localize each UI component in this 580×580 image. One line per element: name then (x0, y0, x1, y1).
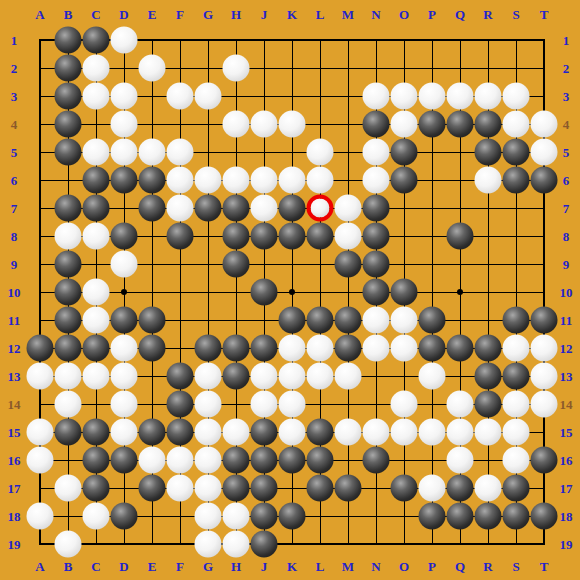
coord-label-top: P (428, 8, 436, 21)
stone-black[interactable] (251, 335, 278, 362)
coord-label-right: 3 (563, 90, 570, 103)
stone-black[interactable] (55, 279, 82, 306)
stone-white[interactable] (531, 111, 558, 138)
stone-white[interactable] (447, 419, 474, 446)
stone-white[interactable] (419, 83, 446, 110)
stone-black[interactable] (83, 27, 110, 54)
stone-white[interactable] (307, 363, 334, 390)
coord-label-left: 17 (8, 482, 21, 495)
coord-label-right: 6 (563, 174, 570, 187)
stone-white[interactable] (111, 251, 138, 278)
coord-label-top: T (540, 8, 549, 21)
stone-black[interactable] (55, 419, 82, 446)
stone-black[interactable] (475, 139, 502, 166)
coord-label-bottom: C (91, 560, 100, 573)
stone-white-last-move[interactable] (307, 195, 334, 222)
star-point (457, 289, 463, 295)
stone-white[interactable] (195, 363, 222, 390)
stone-white[interactable] (223, 531, 250, 558)
coord-label-top: Q (455, 8, 465, 21)
stone-white[interactable] (195, 391, 222, 418)
coord-label-top: H (231, 8, 241, 21)
stone-white[interactable] (83, 55, 110, 82)
stone-black[interactable] (391, 475, 418, 502)
coord-label-top: N (371, 8, 380, 21)
stone-white[interactable] (111, 111, 138, 138)
stone-black[interactable] (83, 419, 110, 446)
stone-black[interactable] (251, 223, 278, 250)
coord-label-right: 9 (563, 258, 570, 271)
coord-label-top: E (148, 8, 157, 21)
stone-black[interactable] (251, 279, 278, 306)
stone-black[interactable] (363, 447, 390, 474)
stone-black[interactable] (223, 475, 250, 502)
stone-black[interactable] (503, 475, 530, 502)
stone-black[interactable] (279, 223, 306, 250)
stone-black[interactable] (503, 139, 530, 166)
stone-white[interactable] (195, 503, 222, 530)
stone-white[interactable] (195, 419, 222, 446)
coord-label-top: L (316, 8, 325, 21)
coord-label-right: 1 (563, 34, 570, 47)
stone-white[interactable] (167, 447, 194, 474)
stone-black[interactable] (251, 531, 278, 558)
stone-white[interactable] (475, 83, 502, 110)
stone-black[interactable] (503, 167, 530, 194)
stone-black[interactable] (111, 503, 138, 530)
stone-white[interactable] (335, 363, 362, 390)
coord-label-top: B (64, 8, 73, 21)
stone-black[interactable] (139, 195, 166, 222)
stone-white[interactable] (335, 419, 362, 446)
stone-black[interactable] (503, 363, 530, 390)
stone-white[interactable] (279, 335, 306, 362)
stone-black[interactable] (167, 391, 194, 418)
stone-black[interactable] (55, 307, 82, 334)
coord-label-bottom: F (176, 560, 184, 573)
coord-label-left: 11 (8, 314, 20, 327)
coord-label-left: 3 (11, 90, 18, 103)
stone-white[interactable] (391, 419, 418, 446)
coord-label-right: 16 (560, 454, 573, 467)
stone-white[interactable] (503, 391, 530, 418)
stone-white[interactable] (363, 83, 390, 110)
coord-label-left: 18 (8, 510, 21, 523)
coord-label-right: 12 (560, 342, 573, 355)
stone-white[interactable] (195, 83, 222, 110)
coord-label-bottom: L (316, 560, 325, 573)
stone-black[interactable] (307, 223, 334, 250)
star-point (121, 289, 127, 295)
stone-white[interactable] (27, 447, 54, 474)
stone-white[interactable] (363, 167, 390, 194)
stone-white[interactable] (55, 391, 82, 418)
coord-label-left: 15 (8, 426, 21, 439)
stone-black[interactable] (307, 447, 334, 474)
stone-white[interactable] (447, 391, 474, 418)
coord-label-bottom: Q (455, 560, 465, 573)
stone-white[interactable] (335, 223, 362, 250)
stone-white[interactable] (251, 167, 278, 194)
stone-black[interactable] (111, 167, 138, 194)
stone-white[interactable] (279, 111, 306, 138)
stone-white[interactable] (307, 335, 334, 362)
coord-label-bottom: N (371, 560, 380, 573)
stone-black[interactable] (475, 503, 502, 530)
stone-black[interactable] (503, 503, 530, 530)
coord-label-left: 19 (8, 538, 21, 551)
stone-black[interactable] (475, 111, 502, 138)
stone-white[interactable] (531, 139, 558, 166)
stone-black[interactable] (195, 335, 222, 362)
star-point (289, 289, 295, 295)
stone-white[interactable] (251, 111, 278, 138)
stone-black[interactable] (139, 335, 166, 362)
stone-white[interactable] (335, 195, 362, 222)
stone-white[interactable] (83, 139, 110, 166)
coord-label-left: 10 (8, 286, 21, 299)
stone-black[interactable] (55, 139, 82, 166)
coord-label-left: 12 (8, 342, 21, 355)
coord-label-bottom: T (540, 560, 549, 573)
coord-label-right: 17 (560, 482, 573, 495)
stone-black[interactable] (335, 251, 362, 278)
stone-black[interactable] (503, 307, 530, 334)
stone-black[interactable] (363, 195, 390, 222)
stone-black[interactable] (447, 503, 474, 530)
stone-white[interactable] (167, 83, 194, 110)
coord-label-right: 2 (563, 62, 570, 75)
stone-black[interactable] (83, 167, 110, 194)
stone-black[interactable] (475, 363, 502, 390)
stone-black[interactable] (55, 335, 82, 362)
stone-black[interactable] (531, 307, 558, 334)
stone-white[interactable] (111, 139, 138, 166)
stone-white[interactable] (363, 139, 390, 166)
stone-black[interactable] (531, 503, 558, 530)
stone-white[interactable] (503, 111, 530, 138)
stone-black[interactable] (419, 111, 446, 138)
coord-label-bottom: G (203, 560, 213, 573)
coord-label-top: C (91, 8, 100, 21)
stone-white[interactable] (195, 475, 222, 502)
stone-black[interactable] (55, 83, 82, 110)
stone-white[interactable] (363, 307, 390, 334)
stone-black[interactable] (391, 279, 418, 306)
coord-label-right: 8 (563, 230, 570, 243)
coord-label-right: 13 (560, 370, 573, 383)
coord-label-top: J (261, 8, 268, 21)
coord-label-right: 5 (563, 146, 570, 159)
stone-white[interactable] (531, 391, 558, 418)
coord-label-right: 7 (563, 202, 570, 215)
stone-white[interactable] (111, 363, 138, 390)
stone-white[interactable] (391, 111, 418, 138)
stone-white[interactable] (223, 503, 250, 530)
grid-line-vertical (348, 39, 349, 545)
stone-black[interactable] (391, 167, 418, 194)
stone-black[interactable] (279, 503, 306, 530)
stone-white[interactable] (419, 419, 446, 446)
stone-white[interactable] (55, 223, 82, 250)
stone-black[interactable] (475, 335, 502, 362)
coord-label-left: 4 (11, 118, 18, 131)
stone-black[interactable] (279, 447, 306, 474)
stone-white[interactable] (195, 167, 222, 194)
stone-white[interactable] (251, 363, 278, 390)
stone-white[interactable] (391, 307, 418, 334)
coord-label-left: 9 (11, 258, 18, 271)
coord-label-right: 10 (560, 286, 573, 299)
stone-black[interactable] (27, 335, 54, 362)
stone-white[interactable] (279, 419, 306, 446)
stone-black[interactable] (335, 307, 362, 334)
stone-white[interactable] (307, 139, 334, 166)
stone-black[interactable] (223, 195, 250, 222)
stone-white[interactable] (83, 83, 110, 110)
stone-white[interactable] (55, 531, 82, 558)
stone-black[interactable] (419, 335, 446, 362)
stone-white[interactable] (167, 195, 194, 222)
stone-black[interactable] (167, 419, 194, 446)
stone-white[interactable] (391, 391, 418, 418)
stone-black[interactable] (55, 195, 82, 222)
stone-white[interactable] (307, 167, 334, 194)
stone-black[interactable] (167, 223, 194, 250)
stone-black[interactable] (223, 447, 250, 474)
coord-label-left: 16 (8, 454, 21, 467)
stone-black[interactable] (363, 111, 390, 138)
coord-label-bottom: K (287, 560, 297, 573)
coord-label-top: R (483, 8, 492, 21)
stone-white[interactable] (251, 391, 278, 418)
stone-white[interactable] (223, 167, 250, 194)
stone-black[interactable] (363, 251, 390, 278)
stone-black[interactable] (83, 447, 110, 474)
stone-black[interactable] (223, 251, 250, 278)
stone-white[interactable] (363, 335, 390, 362)
coord-label-bottom: B (64, 560, 73, 573)
stone-black[interactable] (363, 279, 390, 306)
coord-label-left: 7 (11, 202, 18, 215)
stone-black[interactable] (419, 503, 446, 530)
stone-white[interactable] (503, 335, 530, 362)
stone-white[interactable] (55, 363, 82, 390)
stone-white[interactable] (391, 335, 418, 362)
stone-black[interactable] (223, 223, 250, 250)
coord-label-top: F (176, 8, 184, 21)
stone-white[interactable] (83, 307, 110, 334)
stone-white[interactable] (447, 447, 474, 474)
stone-black[interactable] (83, 475, 110, 502)
stone-white[interactable] (83, 363, 110, 390)
stone-white[interactable] (279, 167, 306, 194)
coord-label-bottom: P (428, 560, 436, 573)
stone-black[interactable] (139, 419, 166, 446)
stone-white[interactable] (503, 419, 530, 446)
coord-label-bottom: R (483, 560, 492, 573)
stone-black[interactable] (111, 223, 138, 250)
coord-label-bottom: A (35, 560, 44, 573)
coord-label-bottom: H (231, 560, 241, 573)
stone-black[interactable] (279, 195, 306, 222)
stone-black[interactable] (55, 251, 82, 278)
stone-black[interactable] (447, 335, 474, 362)
stone-white[interactable] (167, 139, 194, 166)
coord-label-bottom: D (119, 560, 128, 573)
stone-white[interactable] (475, 419, 502, 446)
stone-white[interactable] (447, 83, 474, 110)
coord-label-bottom: M (342, 560, 354, 573)
stone-black[interactable] (223, 335, 250, 362)
stone-black[interactable] (475, 391, 502, 418)
stone-black[interactable] (251, 447, 278, 474)
stone-white[interactable] (27, 503, 54, 530)
stone-white[interactable] (83, 279, 110, 306)
stone-black[interactable] (83, 195, 110, 222)
stone-black[interactable] (531, 167, 558, 194)
stone-white[interactable] (27, 419, 54, 446)
coord-label-bottom: O (399, 560, 409, 573)
stone-white[interactable] (195, 531, 222, 558)
stone-white[interactable] (55, 475, 82, 502)
stone-black[interactable] (447, 111, 474, 138)
stone-black[interactable] (307, 419, 334, 446)
stone-black[interactable] (195, 195, 222, 222)
stone-white[interactable] (503, 447, 530, 474)
coord-label-right: 11 (560, 314, 572, 327)
stone-white[interactable] (223, 111, 250, 138)
stone-black[interactable] (167, 363, 194, 390)
stone-white[interactable] (111, 391, 138, 418)
stone-white[interactable] (475, 475, 502, 502)
stone-black[interactable] (139, 167, 166, 194)
stone-white[interactable] (279, 391, 306, 418)
stone-black[interactable] (55, 55, 82, 82)
stone-white[interactable] (167, 167, 194, 194)
stone-black[interactable] (307, 475, 334, 502)
coord-label-left: 2 (11, 62, 18, 75)
coord-label-bottom: J (261, 560, 268, 573)
coord-label-right: 19 (560, 538, 573, 551)
coord-label-top: D (119, 8, 128, 21)
stone-white[interactable] (251, 195, 278, 222)
coord-label-top: A (35, 8, 44, 21)
stone-black[interactable] (419, 307, 446, 334)
stone-black[interactable] (335, 475, 362, 502)
stone-black[interactable] (139, 307, 166, 334)
stone-black[interactable] (139, 475, 166, 502)
coord-label-right: 15 (560, 426, 573, 439)
go-board[interactable]: AABBCCDDEEFFGGHHJJKKLLMMNNOOPPQQRRSSTT11… (0, 0, 580, 580)
stone-black[interactable] (251, 419, 278, 446)
stone-white[interactable] (83, 503, 110, 530)
stone-white[interactable] (27, 363, 54, 390)
coord-label-right: 4 (563, 118, 570, 131)
stone-black[interactable] (111, 307, 138, 334)
coord-label-left: 14 (8, 398, 21, 411)
stone-white[interactable] (167, 475, 194, 502)
stone-white[interactable] (139, 447, 166, 474)
stone-white[interactable] (475, 167, 502, 194)
stone-white[interactable] (223, 419, 250, 446)
stone-white[interactable] (363, 419, 390, 446)
coord-label-bottom: E (148, 560, 157, 573)
coord-label-top: O (399, 8, 409, 21)
stone-black[interactable] (55, 27, 82, 54)
coord-label-top: M (342, 8, 354, 21)
stone-white[interactable] (111, 83, 138, 110)
stone-black[interactable] (251, 475, 278, 502)
coord-label-top: K (287, 8, 297, 21)
stone-white[interactable] (531, 335, 558, 362)
go-board-screenshot: AABBCCDDEEFFGGHHJJKKLLMMNNOOPPQQRRSSTT11… (0, 0, 580, 580)
coord-label-top: G (203, 8, 213, 21)
stone-white[interactable] (111, 335, 138, 362)
stone-black[interactable] (531, 447, 558, 474)
stone-white[interactable] (195, 447, 222, 474)
stone-black[interactable] (335, 335, 362, 362)
stone-black[interactable] (55, 111, 82, 138)
stone-white[interactable] (279, 363, 306, 390)
grid-line-horizontal (39, 543, 545, 545)
coord-label-left: 1 (11, 34, 18, 47)
stone-black[interactable] (447, 475, 474, 502)
stone-white[interactable] (419, 475, 446, 502)
stone-white[interactable] (111, 419, 138, 446)
stone-white[interactable] (531, 363, 558, 390)
coord-label-top: S (512, 8, 519, 21)
coord-label-bottom: S (512, 560, 519, 573)
stone-black[interactable] (447, 223, 474, 250)
stone-black[interactable] (363, 223, 390, 250)
stone-white[interactable] (419, 363, 446, 390)
stone-white[interactable] (391, 83, 418, 110)
stone-white[interactable] (111, 27, 138, 54)
stone-white[interactable] (139, 139, 166, 166)
stone-black[interactable] (251, 503, 278, 530)
stone-black[interactable] (83, 335, 110, 362)
coord-label-left: 6 (11, 174, 18, 187)
stone-black[interactable] (279, 307, 306, 334)
stone-white[interactable] (139, 55, 166, 82)
coord-label-right: 18 (560, 510, 573, 523)
stone-black[interactable] (111, 447, 138, 474)
stone-white[interactable] (503, 83, 530, 110)
stone-white[interactable] (83, 223, 110, 250)
coord-label-left: 8 (11, 230, 18, 243)
stone-black[interactable] (307, 307, 334, 334)
stone-white[interactable] (223, 55, 250, 82)
stone-black[interactable] (391, 139, 418, 166)
coord-label-left: 13 (8, 370, 21, 383)
coord-label-right: 14 (560, 398, 573, 411)
coord-label-left: 5 (11, 146, 18, 159)
stone-black[interactable] (223, 363, 250, 390)
